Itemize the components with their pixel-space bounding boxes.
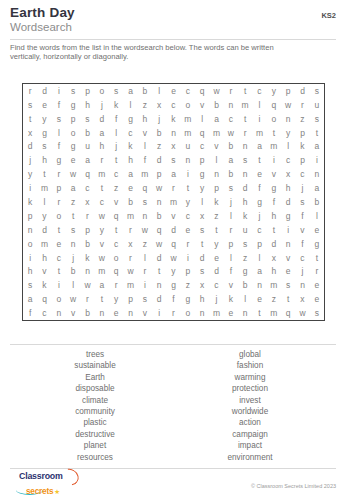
grid-cell: w xyxy=(152,181,166,195)
grid-cell: e xyxy=(109,306,123,320)
grid-cell: z xyxy=(109,181,123,195)
grid-cell: m xyxy=(181,126,195,140)
grid-cell: d xyxy=(267,237,281,251)
grid-cell: y xyxy=(109,292,123,306)
grid-cell: i xyxy=(52,278,66,292)
grid-cell: y xyxy=(37,112,51,126)
grid-cell: y xyxy=(181,195,195,209)
word-list-item: Earth xyxy=(25,372,165,383)
grid-cell: x xyxy=(166,140,180,154)
grid-cell: i xyxy=(23,181,37,195)
grid-cell: m xyxy=(37,237,51,251)
grid-cell: d xyxy=(23,140,37,154)
grid-cell: j xyxy=(109,140,123,154)
grid-cell: k xyxy=(80,251,94,265)
grid-cell: a xyxy=(310,140,324,154)
word-list-item: sustainable xyxy=(25,360,165,371)
grid-cell: r xyxy=(310,264,324,278)
grid-cell: t xyxy=(238,112,252,126)
grid-cell: m xyxy=(166,195,180,209)
grid-cell: s xyxy=(80,112,94,126)
grid-cell: m xyxy=(181,112,195,126)
grid-cell: n xyxy=(152,195,166,209)
grid-cell: n xyxy=(209,167,223,181)
grid-cell: h xyxy=(95,140,109,154)
grid-cell: s xyxy=(23,278,37,292)
grid-cell: r xyxy=(80,292,94,306)
grid-cell: w xyxy=(209,84,223,98)
word-list-item: climate xyxy=(25,395,165,406)
grid-cell: m xyxy=(252,126,266,140)
grid-cell: d xyxy=(295,84,309,98)
grid-cell: f xyxy=(52,98,66,112)
grid-cell: m xyxy=(123,209,137,223)
grid-cell: p xyxy=(295,126,309,140)
grid-cell: x xyxy=(195,209,209,223)
grid-cell: n xyxy=(80,264,94,278)
word-list-left-column: treessustainableEarthdisposableclimateco… xyxy=(25,349,165,463)
grid-cell: s xyxy=(295,195,309,209)
grid-cell: e xyxy=(37,98,51,112)
logo-secrets-row: secrets★ xyxy=(19,480,77,498)
grid-cell: p xyxy=(209,181,223,195)
grid-cell: t xyxy=(181,181,195,195)
grid-cell: a xyxy=(166,167,180,181)
grid-cell: g xyxy=(37,126,51,140)
grid-cell: x xyxy=(152,98,166,112)
grid-cell: l xyxy=(310,209,324,223)
grid-cell: m xyxy=(238,98,252,112)
grid-cell: c xyxy=(80,181,94,195)
word-list-item: impact xyxy=(180,440,320,451)
grid-cell: l xyxy=(224,251,238,265)
grid-cell: c xyxy=(295,251,309,265)
grid-cell: e xyxy=(310,292,324,306)
grid-cell: x xyxy=(267,251,281,265)
grid-cell: o xyxy=(23,237,37,251)
grid-cell: n xyxy=(310,167,324,181)
word-list-item: plastic xyxy=(25,417,165,428)
grid-cell: q xyxy=(109,209,123,223)
grid-cell: x xyxy=(195,278,209,292)
grid-cell: l xyxy=(252,251,266,265)
grid-cell: v xyxy=(209,140,223,154)
grid-cell: s xyxy=(37,140,51,154)
grid-cell: b xyxy=(80,306,94,320)
word-list-item: disposable xyxy=(25,383,165,394)
grid-cell: m xyxy=(37,181,51,195)
grid-cell: y xyxy=(267,84,281,98)
grid-cell: t xyxy=(109,153,123,167)
grid-cell: e xyxy=(252,292,266,306)
grid-cell: a xyxy=(95,278,109,292)
grid-cell: a xyxy=(123,167,137,181)
grid-cell: d xyxy=(238,181,252,195)
grid-cell: z xyxy=(238,251,252,265)
grid-cell: t xyxy=(52,223,66,237)
grid-cell: q xyxy=(281,306,295,320)
grid-cell: w xyxy=(95,251,109,265)
grid-cell: q xyxy=(138,181,152,195)
grid-cell: n xyxy=(166,126,180,140)
grid-cell: i xyxy=(138,278,152,292)
grid-cell: b xyxy=(123,195,137,209)
grid-cell: n xyxy=(52,306,66,320)
grid-cell: w xyxy=(66,167,80,181)
grid-cell: m xyxy=(123,278,137,292)
grid-cell: r xyxy=(166,181,180,195)
grid-cell: i xyxy=(52,84,66,98)
grid-cell: l xyxy=(281,140,295,154)
grid-cell: g xyxy=(123,112,137,126)
grid-cell: l xyxy=(152,84,166,98)
grid-cell: p xyxy=(252,237,266,251)
grid-cell: v xyxy=(195,98,209,112)
classroom-secrets-logo: Classroom secrets★ xyxy=(19,472,77,494)
grid-cell: v xyxy=(138,126,152,140)
grid-cell: r xyxy=(109,278,123,292)
grid-cell: m xyxy=(95,167,109,181)
grid-cell: w xyxy=(123,264,137,278)
grid-cell: p xyxy=(281,84,295,98)
grid-cell: x xyxy=(80,195,94,209)
grid-cell: h xyxy=(37,251,51,265)
grid-cell: p xyxy=(66,112,80,126)
grid-cell: a xyxy=(224,153,238,167)
word-list-item: fashion xyxy=(180,360,320,371)
grid-cell: a xyxy=(23,292,37,306)
grid-cell: w xyxy=(66,292,80,306)
grid-cell: c xyxy=(52,251,66,265)
grid-cell: p xyxy=(80,223,94,237)
grid-cell: c xyxy=(181,209,195,223)
grid-cell: f xyxy=(138,153,152,167)
grid-cell: p xyxy=(295,153,309,167)
grid-cell: b xyxy=(138,84,152,98)
grid-cell: e xyxy=(209,251,223,265)
grid-cell: y xyxy=(23,167,37,181)
grid-cell: k xyxy=(238,209,252,223)
grid-cell: y xyxy=(281,126,295,140)
grid-cell: g xyxy=(66,98,80,112)
grid-cell: h xyxy=(138,112,152,126)
grid-cell: t xyxy=(209,223,223,237)
grid-cell: a xyxy=(252,140,266,154)
wordsearch-grid: rdisposablecqwrtcypdssefghjklzxcovbnmlqw… xyxy=(22,83,325,321)
grid-cell: l xyxy=(66,278,80,292)
grid-cell: t xyxy=(195,237,209,251)
grid-cell: p xyxy=(152,167,166,181)
grid-cell: c xyxy=(123,126,137,140)
grid-cell: g xyxy=(281,209,295,223)
grid-cell: l xyxy=(138,140,152,154)
key-stage-badge: KS2 xyxy=(321,11,336,20)
grid-cell: a xyxy=(310,181,324,195)
grid-cell: p xyxy=(123,292,137,306)
grid-cell: t xyxy=(238,84,252,98)
grid-cell: s xyxy=(310,306,324,320)
grid-cell: t xyxy=(95,181,109,195)
word-list-item: community xyxy=(25,406,165,417)
grid-cell: a xyxy=(209,112,223,126)
logo-text-secrets: secrets xyxy=(26,487,53,496)
grid-cell: q xyxy=(195,84,209,98)
grid-cell: d xyxy=(195,251,209,265)
grid-cell: s xyxy=(195,264,209,278)
grid-cell: g xyxy=(310,237,324,251)
footer-divider xyxy=(10,468,336,469)
grid-cell: k xyxy=(123,140,137,154)
grid-cell: o xyxy=(52,209,66,223)
grid-cell: t xyxy=(95,292,109,306)
grid-cell: r xyxy=(23,84,37,98)
grid-cell: y xyxy=(95,223,109,237)
grid-cell: n xyxy=(95,306,109,320)
grid-cell: v xyxy=(267,167,281,181)
grid-cell: n xyxy=(295,278,309,292)
grid-cell: l xyxy=(195,195,209,209)
grid-cell: n xyxy=(66,237,80,251)
grid-cell: v xyxy=(138,306,152,320)
grid-cell: s xyxy=(66,84,80,98)
grid-cell: r xyxy=(238,126,252,140)
grid-cell: p xyxy=(80,84,94,98)
grid-cell: g xyxy=(195,167,209,181)
copyright-text: © Classroom Secrets Limited 2023 xyxy=(251,483,336,489)
grid-cell: e xyxy=(252,167,266,181)
grid-cell: m xyxy=(267,306,281,320)
grid-cell: m xyxy=(267,140,281,154)
grid-cell: p xyxy=(23,209,37,223)
grid-cell: t xyxy=(310,251,324,265)
grid-cell: i xyxy=(23,251,37,265)
grid-cell: z xyxy=(138,98,152,112)
grid-cell: m xyxy=(138,167,152,181)
grid-cell: r xyxy=(166,306,180,320)
grid-cell: k xyxy=(209,195,223,209)
grid-cell: o xyxy=(52,292,66,306)
word-list-item: planet xyxy=(25,440,165,451)
grid-cell: u xyxy=(80,140,94,154)
grid-cell: l xyxy=(138,251,152,265)
grid-cell: c xyxy=(252,223,266,237)
grid-cell: f xyxy=(52,140,66,154)
grid-cell: v xyxy=(281,251,295,265)
grid-cell: l xyxy=(52,126,66,140)
grid-cell: d xyxy=(166,223,180,237)
grid-cell: t xyxy=(152,264,166,278)
grid-cell: m xyxy=(95,264,109,278)
grid-cell: x xyxy=(123,237,137,251)
grid-cell: w xyxy=(166,251,180,265)
grid-cell: s xyxy=(310,84,324,98)
grid-cell: m xyxy=(209,126,223,140)
grid-cell: d xyxy=(152,251,166,265)
grid-cell: c xyxy=(109,237,123,251)
grid-cell: v xyxy=(109,195,123,209)
grid-cell: e xyxy=(310,223,324,237)
grid-cell: g xyxy=(267,181,281,195)
grid-cell: z xyxy=(181,278,195,292)
grid-cell: p xyxy=(181,264,195,278)
grid-cell: c xyxy=(209,278,223,292)
word-list-item: action xyxy=(180,417,320,428)
grid-cell: q xyxy=(267,98,281,112)
grid-cell: t xyxy=(109,223,123,237)
grid-cell: c xyxy=(166,98,180,112)
grid-cell: z xyxy=(267,292,281,306)
grid-cell: f xyxy=(252,181,266,195)
grid-cell: s xyxy=(281,278,295,292)
grid-cell: r xyxy=(123,251,137,265)
header-divider xyxy=(10,39,336,40)
grid-cell: a xyxy=(123,84,137,98)
grid-cell: e xyxy=(166,84,180,98)
grid-cell: q xyxy=(80,167,94,181)
grid-cell: j xyxy=(66,251,80,265)
page-title: Earth Day xyxy=(10,5,75,20)
grid-cell: z xyxy=(66,195,80,209)
grid-cell: j xyxy=(224,195,238,209)
grid-cell: j xyxy=(209,292,223,306)
grid-cell: n xyxy=(238,306,252,320)
grid-cell: s xyxy=(224,181,238,195)
grid-cell: v xyxy=(37,264,51,278)
grid-cell: r xyxy=(123,223,137,237)
grid-cell: t xyxy=(52,264,66,278)
grid-cell: z xyxy=(138,237,152,251)
grid-cell: y xyxy=(37,209,51,223)
grid-cell: n xyxy=(238,167,252,181)
grid-cell: h xyxy=(23,264,37,278)
grid-cell: l xyxy=(252,98,266,112)
grid-cell: b xyxy=(310,195,324,209)
grid-cell: r xyxy=(95,153,109,167)
grid-cell: i xyxy=(252,112,266,126)
grid-cell: a xyxy=(95,126,109,140)
grid-cell: b xyxy=(80,126,94,140)
grid-cell: o xyxy=(181,98,195,112)
grid-cell: x xyxy=(23,126,37,140)
grid-cell: s xyxy=(109,84,123,98)
grid-cell: s xyxy=(138,292,152,306)
grid-cell: h xyxy=(267,264,281,278)
word-list-item: protection xyxy=(180,383,320,394)
grid-cell: i xyxy=(181,167,195,181)
grid-cell: e xyxy=(281,264,295,278)
grid-cell: h xyxy=(238,195,252,209)
grid-cell: a xyxy=(252,264,266,278)
grid-cell: j xyxy=(295,264,309,278)
grid-cell: s xyxy=(195,223,209,237)
grid-cell: b xyxy=(152,126,166,140)
grid-cell: h xyxy=(267,209,281,223)
grid-cell: d xyxy=(37,223,51,237)
grid-cell: k xyxy=(295,140,309,154)
grid-cell: r xyxy=(295,98,309,112)
grid-cell: m xyxy=(267,278,281,292)
grid-cell: f xyxy=(109,112,123,126)
instructions-text: Find the words from the list in the word… xyxy=(10,44,336,62)
star-icon: ★ xyxy=(54,488,60,495)
grid-cell: b xyxy=(80,237,94,251)
grid-cell: h xyxy=(37,153,51,167)
grid-cell: p xyxy=(195,153,209,167)
grid-cell: b xyxy=(224,140,238,154)
grid-cell: g xyxy=(181,292,195,306)
grid-cell: s xyxy=(52,112,66,126)
grid-cell: h xyxy=(123,153,137,167)
word-list-item: campaign xyxy=(180,429,320,440)
word-list-item: resources xyxy=(25,452,165,463)
grid-cell: h xyxy=(80,98,94,112)
grid-cell: d xyxy=(95,112,109,126)
grid-cell: c xyxy=(95,195,109,209)
grid-cell: r xyxy=(224,223,238,237)
word-list-right-column: globalfashionwarmingprotectioninvestworl… xyxy=(180,349,320,463)
word-list-item: worldwide xyxy=(180,406,320,417)
grid-cell: f xyxy=(295,209,309,223)
grid-cell: r xyxy=(224,84,238,98)
grid-cell: z xyxy=(209,209,223,223)
grid-cell: x xyxy=(281,167,295,181)
grid-cell: y xyxy=(166,264,180,278)
grid-cell: k xyxy=(37,278,51,292)
grid-cell: q xyxy=(109,264,123,278)
grid-cell: g xyxy=(52,153,66,167)
grid-cell: w xyxy=(152,237,166,251)
word-list-item: global xyxy=(180,349,320,360)
grid-cell: k xyxy=(23,195,37,209)
grid-cell: n xyxy=(238,140,252,154)
grid-cell: w xyxy=(281,98,295,112)
grid-cell: i xyxy=(281,223,295,237)
page-subtitle: Wordsearch xyxy=(10,21,72,33)
grid-cell: e xyxy=(181,223,195,237)
grid-cell: j xyxy=(23,153,37,167)
grid-cell: w xyxy=(224,126,238,140)
grid-cell: r xyxy=(52,167,66,181)
grid-cell: o xyxy=(109,251,123,265)
grid-cell: m xyxy=(209,306,223,320)
grid-cell: o xyxy=(66,126,80,140)
grid-cell: n xyxy=(138,209,152,223)
grid-cell: q xyxy=(195,126,209,140)
grid-cell: h xyxy=(195,292,209,306)
grid-cell: v xyxy=(66,306,80,320)
grid-cell: n xyxy=(181,153,195,167)
grid-cell: s xyxy=(166,153,180,167)
grid-cell: t xyxy=(66,209,80,223)
grid-cell: d xyxy=(209,264,223,278)
grid-cell: w xyxy=(80,278,94,292)
grid-cell: v xyxy=(166,209,180,223)
grid-cell: w xyxy=(138,223,152,237)
grid-cell: g xyxy=(166,278,180,292)
grid-cell: r xyxy=(181,237,195,251)
grid-cell: b xyxy=(66,264,80,278)
grid-cell: f xyxy=(224,264,238,278)
grid-cell: x xyxy=(295,292,309,306)
grid-cell: p xyxy=(224,237,238,251)
grid-cell: d xyxy=(37,84,51,98)
grid-cell: l xyxy=(209,153,223,167)
grid-cell: j xyxy=(95,98,109,112)
grid-cell: c xyxy=(37,306,51,320)
grid-cell: b xyxy=(209,98,223,112)
grid-cell: t xyxy=(252,306,266,320)
grid-cell: l xyxy=(123,98,137,112)
